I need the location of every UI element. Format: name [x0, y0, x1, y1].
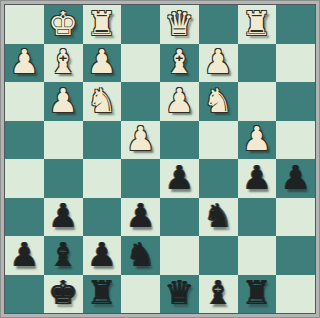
- square-d6[interactable]: [121, 82, 160, 121]
- white-king: ♚: [48, 7, 78, 40]
- square-a4[interactable]: [5, 159, 44, 198]
- white-queen: ♛: [165, 7, 195, 40]
- chess-board: ♚♜♛♜♟♝♟♝♟♟♞♟♞♟♟♟♟♟♟♟♞♟♝♟♞♚♜♛♝♜: [4, 4, 316, 314]
- square-a3[interactable]: [5, 198, 44, 237]
- black-rook: ♜: [87, 276, 117, 309]
- black-pawn: ♟: [126, 199, 156, 232]
- black-rook: ♜: [242, 276, 272, 309]
- square-c8[interactable]: ♜: [83, 5, 122, 44]
- square-g3[interactable]: [238, 198, 277, 237]
- square-c3[interactable]: [83, 198, 122, 237]
- square-f5[interactable]: [199, 121, 238, 160]
- white-knight: ♞: [87, 84, 117, 117]
- square-b3[interactable]: ♟: [44, 198, 83, 237]
- square-c2[interactable]: ♟: [83, 236, 122, 275]
- white-knight: ♞: [203, 84, 233, 117]
- black-pawn: ♟: [165, 161, 195, 194]
- white-pawn: ♟: [126, 122, 156, 155]
- square-g1[interactable]: ♜: [238, 275, 277, 314]
- square-a8[interactable]: [5, 5, 44, 44]
- square-b8[interactable]: ♚: [44, 5, 83, 44]
- white-pawn: ♟: [48, 84, 78, 117]
- white-pawn: ♟: [87, 45, 117, 78]
- black-pawn: ♟: [87, 238, 117, 271]
- square-d3[interactable]: ♟: [121, 198, 160, 237]
- square-f1[interactable]: ♝: [199, 275, 238, 314]
- square-c4[interactable]: [83, 159, 122, 198]
- white-pawn: ♟: [203, 45, 233, 78]
- square-h3[interactable]: [276, 198, 315, 237]
- white-pawn: ♟: [165, 84, 195, 117]
- square-f2[interactable]: [199, 236, 238, 275]
- square-e2[interactable]: [160, 236, 199, 275]
- square-c6[interactable]: ♞: [83, 82, 122, 121]
- black-pawn: ♟: [281, 161, 311, 194]
- square-d4[interactable]: [121, 159, 160, 198]
- square-h5[interactable]: [276, 121, 315, 160]
- square-d5[interactable]: ♟: [121, 121, 160, 160]
- black-pawn: ♟: [48, 199, 78, 232]
- white-pawn: ♟: [242, 122, 272, 155]
- square-g2[interactable]: [238, 236, 277, 275]
- square-f6[interactable]: ♞: [199, 82, 238, 121]
- square-f3[interactable]: ♞: [199, 198, 238, 237]
- square-e8[interactable]: ♛: [160, 5, 199, 44]
- square-h1[interactable]: [276, 275, 315, 314]
- black-king: ♚: [48, 276, 78, 309]
- square-b5[interactable]: [44, 121, 83, 160]
- black-bishop: ♝: [48, 238, 78, 271]
- square-d8[interactable]: [121, 5, 160, 44]
- square-e5[interactable]: [160, 121, 199, 160]
- square-c5[interactable]: [83, 121, 122, 160]
- board-frame: ♚♜♛♜♟♝♟♝♟♟♞♟♞♟♟♟♟♟♟♟♞♟♝♟♞♚♜♛♝♜: [0, 0, 320, 318]
- square-e6[interactable]: ♟: [160, 82, 199, 121]
- white-rook: ♜: [87, 7, 117, 40]
- white-bishop: ♝: [165, 45, 195, 78]
- white-rook: ♜: [242, 7, 272, 40]
- square-g5[interactable]: ♟: [238, 121, 277, 160]
- square-c7[interactable]: ♟: [83, 44, 122, 83]
- black-pawn: ♟: [242, 161, 272, 194]
- square-g8[interactable]: ♜: [238, 5, 277, 44]
- square-f7[interactable]: ♟: [199, 44, 238, 83]
- square-f8[interactable]: [199, 5, 238, 44]
- square-a5[interactable]: [5, 121, 44, 160]
- white-bishop: ♝: [48, 45, 78, 78]
- square-h2[interactable]: [276, 236, 315, 275]
- square-a7[interactable]: ♟: [5, 44, 44, 83]
- square-e7[interactable]: ♝: [160, 44, 199, 83]
- square-e3[interactable]: [160, 198, 199, 237]
- square-b1[interactable]: ♚: [44, 275, 83, 314]
- black-queen: ♛: [165, 276, 195, 309]
- square-h6[interactable]: [276, 82, 315, 121]
- square-g4[interactable]: ♟: [238, 159, 277, 198]
- square-a1[interactable]: [5, 275, 44, 314]
- square-d2[interactable]: ♞: [121, 236, 160, 275]
- square-b2[interactable]: ♝: [44, 236, 83, 275]
- square-e4[interactable]: ♟: [160, 159, 199, 198]
- white-pawn: ♟: [10, 45, 40, 78]
- square-a2[interactable]: ♟: [5, 236, 44, 275]
- square-d1[interactable]: [121, 275, 160, 314]
- square-c1[interactable]: ♜: [83, 275, 122, 314]
- square-h4[interactable]: ♟: [276, 159, 315, 198]
- square-e1[interactable]: ♛: [160, 275, 199, 314]
- square-h8[interactable]: [276, 5, 315, 44]
- black-pawn: ♟: [10, 238, 40, 271]
- square-b4[interactable]: [44, 159, 83, 198]
- square-a6[interactable]: [5, 82, 44, 121]
- black-knight: ♞: [203, 199, 233, 232]
- square-h7[interactable]: [276, 44, 315, 83]
- black-knight: ♞: [126, 238, 156, 271]
- black-bishop: ♝: [203, 276, 233, 309]
- square-f4[interactable]: [199, 159, 238, 198]
- square-b7[interactable]: ♝: [44, 44, 83, 83]
- square-b6[interactable]: ♟: [44, 82, 83, 121]
- square-g7[interactable]: [238, 44, 277, 83]
- square-d7[interactable]: [121, 44, 160, 83]
- square-g6[interactable]: [238, 82, 277, 121]
